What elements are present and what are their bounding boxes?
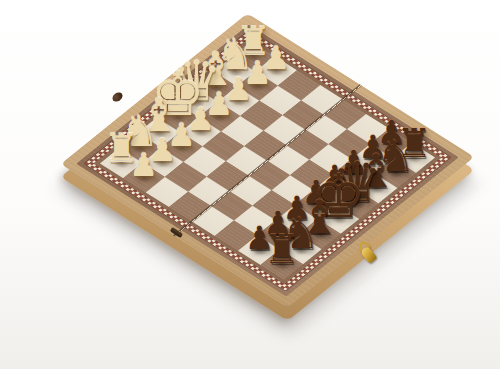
hinge-pin-icon [111,90,125,103]
product-photo-scene: ♜♞♝♛♚♝♞♜♟♟♟♟♟♟♟♟♟♟♟♟♟♟♟♟♜♞♝♛♚♝♞♜ [0,0,500,369]
chess-board: ♜♞♝♛♚♝♞♜♟♟♟♟♟♟♟♟♟♟♟♟♟♟♟♟♜♞♝♛♚♝♞♜ [60,13,474,308]
black-rook-icon: ♜ [263,229,299,269]
white-pawn-icon: ♟ [129,149,158,181]
